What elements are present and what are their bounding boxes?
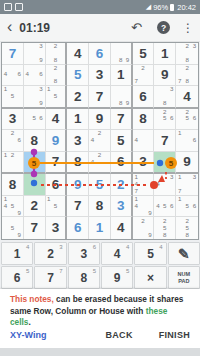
pencil-notes: 28 [46,65,66,86]
given-digit: 3 [52,221,60,235]
cell-r2c6[interactable]: 1 [111,65,133,87]
given-digit: 3 [74,134,82,148]
digit-remaining-count: 4 [159,244,162,250]
cell-r5c3[interactable]: 9 [46,130,68,152]
cell-r2c2[interactable]: 46 [24,65,46,87]
given-digit: 4 [183,90,191,104]
cell-r7c1[interactable]: 8 [2,174,24,196]
pencil-notes: 278 [176,65,198,86]
given-digit: 1 [74,112,82,126]
pencil-notes: 456 [154,196,175,217]
cell-r8c4[interactable]: 7 [67,196,89,218]
cell-r7c8[interactable]: 34 [154,174,176,196]
notification-icon [4,3,12,11]
cell-r3c6[interactable]: 89 [111,86,133,108]
given-digit: 8 [74,155,82,169]
cell-r4c2[interactable]: 56 [24,109,46,131]
cell-r5c1[interactable]: 26 [2,130,24,152]
given-digit: 8 [139,112,147,126]
pencil-notes: 89 [111,43,131,64]
cell-r4c9[interactable]: 256 [176,109,198,131]
cell-r8c7[interactable]: 149 [133,196,155,218]
battery-percent: 96% [153,3,168,12]
user-digit: 3 [117,199,125,213]
given-digit: 6 [52,178,60,192]
pencil-notes: 15 [2,86,23,106]
cell-r2c3[interactable]: 28 [46,65,68,87]
cell-r2c1[interactable]: 46 [2,65,24,87]
pencil-notes: 28 [46,43,66,64]
given-digit: 7 [74,199,82,213]
cell-r5c4[interactable]: 3 [67,130,89,152]
cell-r5c5[interactable]: 24 [89,130,111,152]
cell-r3c4[interactable]: 2 [67,86,89,108]
key-9[interactable]: 95 [101,266,133,289]
given-digit: 3 [9,112,17,126]
cell-r9c2[interactable]: 7 [24,217,46,239]
user-digit: 6 [96,47,104,61]
key-1[interactable]: 14 [1,242,33,265]
key-4[interactable]: 44 [101,242,133,265]
cell-r7c9[interactable]: 137 [176,174,198,196]
cell-r6c9[interactable]: 9 [176,152,198,174]
digit-remaining-count: 7 [59,268,62,274]
pencil-notes: 238 [176,43,198,64]
cell-r9c6[interactable]: 4 [111,217,133,239]
cell-r7c6[interactable]: 2 [111,174,133,196]
cell-r9c5[interactable]: 1 [89,217,111,239]
given-digit: 6 [139,90,147,104]
cell-r1c6[interactable]: 89 [111,43,133,65]
cell-r4c7[interactable]: 8 [133,109,155,131]
cell-r3c5[interactable]: 7 [89,86,111,108]
status-clock: 20:42 [177,3,196,12]
key-8[interactable]: 85 [68,266,100,289]
cell-r5c2[interactable]: 8 [24,130,46,152]
given-digit: 3 [139,155,147,169]
pencil-notes: 147 [133,174,154,195]
cell-r8c8[interactable]: 456 [154,196,176,218]
cell-r3c8[interactable]: 38 [154,86,176,108]
undo-icon[interactable]: ↶ [131,20,142,35]
cell-r7c3[interactable]: 6 [46,174,68,196]
cell-r7c7[interactable]: 147 [133,174,155,196]
cell-r8c2[interactable]: 2 [24,196,46,218]
finish-button[interactable]: FINISH [159,330,190,340]
pencil-notes: 46 [24,65,45,86]
pencil-notes: 24 [89,152,110,172]
key-6[interactable]: 65 [1,266,33,289]
cell-r5c9[interactable]: 16 [176,130,198,152]
help-icon[interactable]: ? [157,21,170,34]
cell-r2c4[interactable]: 5 [67,65,89,87]
cell-r2c7[interactable]: 27 [133,65,155,87]
cell-r9c7[interactable]: 29 [133,217,155,239]
cell-r4c4[interactable]: 1 [67,109,89,131]
cell-r6c2[interactable] [24,152,46,174]
cell-r6c3[interactable]: 7 [46,152,68,174]
cell-r1c5[interactable]: 6 [89,43,111,65]
cell-r4c1[interactable]: 3 [2,109,24,131]
cell-r1c4[interactable]: 4 [67,43,89,65]
sudoku-board: 7392846895123846462853127927815391527896… [1,42,199,240]
given-digit: 6 [117,155,125,169]
cell-r8c5[interactable]: 8 [89,196,111,218]
given-digit: 7 [161,134,169,148]
given-digit: 8 [96,199,104,213]
cell-r9c9[interactable]: 258 [176,217,198,239]
pencil-notes: 156 [176,196,198,217]
cell-r3c3[interactable]: 15 [46,86,68,108]
given-digit: 2 [74,90,82,104]
digit-remaining-count: 4 [26,244,29,250]
pencil-notes: 26 [2,130,23,151]
back-button[interactable]: BACK [105,330,132,340]
pencil-notes: 4 [133,130,154,151]
pencil-notes: 149 [133,196,154,217]
user-digit: 9 [52,134,60,148]
hint-footer: XY-Wing BACK FINISH [0,322,200,348]
cell-r7c2[interactable] [24,174,46,196]
cell-r6c1[interactable]: 12 [2,152,24,174]
cell-r9c3[interactable]: 3 [46,217,68,239]
given-digit: 9 [96,112,104,126]
pencil-notes: 34 [154,174,175,195]
cell-r8c6[interactable]: 3 [111,196,133,218]
cell-r9c8[interactable]: 258 [154,217,176,239]
pencil-notes: 46 [2,65,23,86]
app-bar: ‹ 01:19 ↶ ? ⋮ [0,14,200,42]
given-digit: 1 [117,68,125,82]
technique-link[interactable]: XY-Wing [10,330,46,340]
pencil-notes: 258 [154,217,175,239]
key-2[interactable]: 23 [34,242,66,265]
given-digit: 7 [117,112,125,126]
pencil-notes: 39 [24,43,45,64]
key-7[interactable]: 77 [34,266,66,289]
digit-remaining-count: 5 [126,268,129,274]
cell-r6c4[interactable]: 8 [67,152,89,174]
overflow-menu-icon[interactable]: ⋮ [182,21,194,35]
given-digit: 9 [161,68,169,82]
cell-r6c8[interactable] [154,152,176,174]
pencil-notes: 1459 [2,196,23,217]
given-digit: 3 [96,68,104,82]
cell-r3c9[interactable]: 4 [176,86,198,108]
pencil-notes: 12 [2,152,23,172]
cell-r3c7[interactable]: 6 [133,86,155,108]
cell-r4c3[interactable]: 4 [46,109,68,131]
user-digit: 5 [96,178,104,192]
pencil-notes: 89 [111,86,131,106]
cell-r6c6[interactable]: 6 [111,152,133,174]
pencil-notes: 15 [46,196,66,217]
cell-r3c1[interactable]: 15 [2,86,24,108]
given-digit: 8 [30,134,38,148]
cell-r3c2[interactable]: 39 [24,86,46,108]
cell-r5c8[interactable]: 7 [154,130,176,152]
cell-r1c3[interactable]: 28 [46,43,68,65]
cell-r2c5[interactable]: 3 [89,65,111,87]
hint-message-target: This notes, [10,294,54,304]
given-digit: 9 [183,155,191,169]
user-digit: 5 [74,68,82,82]
key-pencil[interactable]: ✎ [168,242,200,265]
given-digit: 5 [117,134,125,148]
given-digit: 7 [52,155,60,169]
given-digit: 7 [96,90,104,104]
status-bar: ◢ 96% 20:42 [0,0,200,14]
cell-r2c8[interactable]: 9 [154,65,176,87]
cell-r4c6[interactable]: 7 [111,109,133,131]
sudoku-app: ◢ 96% 20:42 ‹ 01:19 ↶ ? ⋮ 73928468951238… [0,0,200,356]
digit-remaining-count: 6 [93,244,96,250]
signal-icon: ◢ [146,3,151,11]
cell-r1c8[interactable]: 1 [154,43,176,65]
given-digit: 8 [9,178,17,192]
cell-r7c4[interactable]: 9 [67,174,89,196]
given-digit: 5 [139,47,147,61]
cell-r1c9[interactable]: 238 [176,43,198,65]
digit-remaining-count: 3 [59,244,62,250]
key-numpad[interactable]: NUM PAD [168,266,200,289]
pencil-notes: 258 [176,217,198,239]
cell-r4c8[interactable]: 256 [154,109,176,131]
key-3[interactable]: 36 [68,242,100,265]
nav-strip [0,348,200,356]
number-keypad: 1423364454✎65778595×NUM PAD [0,242,200,290]
cell-r6c7[interactable]: 3 [133,152,155,174]
digit-remaining-count: 5 [26,268,29,274]
pencil-notes: 38 [154,86,175,106]
cell-r1c2[interactable]: 39 [24,43,46,65]
user-digit: 6 [74,221,82,235]
given-digit: 2 [30,199,38,213]
back-icon[interactable]: ‹ [7,19,12,35]
cell-r8c3[interactable]: 15 [46,196,68,218]
key-clear[interactable]: × [134,266,166,289]
user-digit: 7 [9,47,17,61]
pencil-notes: 56 [24,109,45,130]
user-digit: 1 [96,221,104,235]
user-digit: 9 [74,178,82,192]
cell-r1c7[interactable]: 5 [133,43,155,65]
cell-r5c6[interactable]: 5 [111,130,133,152]
cell-r2c9[interactable]: 278 [176,65,198,87]
digit-remaining-count: 5 [93,268,96,274]
cell-r1c1[interactable]: 7 [2,43,24,65]
pencil-notes: 29 [133,217,154,239]
cell-r9c1[interactable]: 59 [2,217,24,239]
given-digit: 1 [161,47,169,61]
pencil-notes: 15 [46,86,66,106]
pencil-notes: 59 [2,217,23,239]
pencil-notes: 27 [133,65,154,86]
cell-r8c1[interactable]: 1459 [2,196,24,218]
pencil-notes: 16 [176,130,198,151]
battery-icon [170,4,174,11]
cell-r5c7[interactable]: 4 [133,130,155,152]
pencil-notes: 256 [154,109,175,130]
cell-r7c5[interactable]: 5 [89,174,111,196]
digit-remaining-count: 4 [126,244,129,250]
given-digit: 4 [74,47,82,61]
user-digit: 2 [117,178,125,192]
key-5[interactable]: 54 [134,242,166,265]
cell-r6c5[interactable]: 24 [89,152,111,174]
given-digit: 7 [30,221,38,235]
cell-r4c5[interactable]: 9 [89,109,111,131]
cell-r9c4[interactable]: 6 [67,217,89,239]
game-timer: 01:19 [19,21,50,35]
hint-sheet: This notes, can be erased because it sha… [0,289,200,348]
pencil-notes: 137 [176,174,198,195]
given-digit: 4 [117,221,125,235]
cell-r8c9[interactable]: 156 [176,196,198,218]
pencil-notes: 39 [24,86,45,106]
pencil-notes: 256 [176,109,198,130]
pencil-notes: 24 [89,130,110,151]
given-digit: 4 [52,112,60,126]
notification-icon [15,3,23,11]
